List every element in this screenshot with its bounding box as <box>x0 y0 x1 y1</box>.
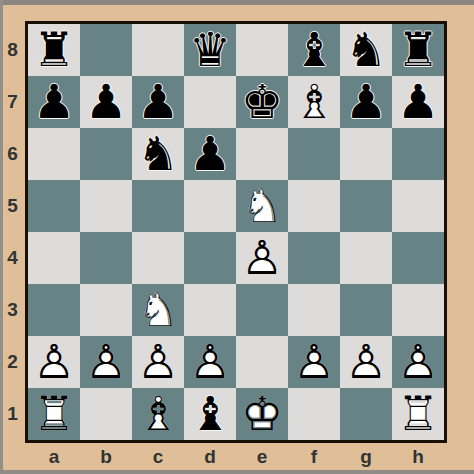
square-g4[interactable] <box>340 232 392 284</box>
black-rook-icon: ♜ <box>28 24 80 76</box>
square-d5[interactable] <box>184 180 236 232</box>
square-b7[interactable]: ♟ <box>80 76 132 128</box>
black-bishop-icon: ♝ <box>288 24 340 76</box>
file-label-a: a <box>28 445 80 469</box>
piece-black-pawn[interactable]: ♟ <box>392 76 444 128</box>
piece-black-pawn[interactable]: ♟ <box>80 76 132 128</box>
chessboard-screenshot: 87654321 ♜♛♝♞♜♟♟♟♚♝♗♟♟♞♟♞♘♟♙♞♘♟♙♟♙♟♙♟♙♟♙… <box>0 0 474 474</box>
piece-black-knight[interactable]: ♞ <box>340 24 392 76</box>
square-f6[interactable] <box>288 128 340 180</box>
rank-label-6: 6 <box>0 128 25 180</box>
square-c5[interactable] <box>132 180 184 232</box>
square-d7[interactable] <box>184 76 236 128</box>
piece-black-rook[interactable]: ♜ <box>392 24 444 76</box>
square-f7[interactable]: ♝♗ <box>288 76 340 128</box>
square-d8[interactable]: ♛ <box>184 24 236 76</box>
black-rook-icon: ♜ <box>392 24 444 76</box>
square-h1[interactable]: ♜♖ <box>392 388 444 440</box>
file-label-h: h <box>392 445 444 469</box>
square-f3[interactable] <box>288 284 340 336</box>
square-h8[interactable]: ♜ <box>392 24 444 76</box>
piece-white-bishop[interactable]: ♝♗ <box>288 76 340 128</box>
square-h5[interactable] <box>392 180 444 232</box>
square-d4[interactable] <box>184 232 236 284</box>
piece-black-pawn[interactable]: ♟ <box>28 76 80 128</box>
square-c2[interactable]: ♟♙ <box>132 336 184 388</box>
black-pawn-icon: ♟ <box>184 128 236 180</box>
piece-white-rook[interactable]: ♜♖ <box>392 388 444 440</box>
white-rook-outline-icon: ♖ <box>28 388 80 440</box>
rank-label-2: 2 <box>0 336 25 388</box>
black-pawn-icon: ♟ <box>132 76 184 128</box>
square-e6[interactable] <box>236 128 288 180</box>
white-pawn-outline-icon: ♙ <box>80 336 132 388</box>
file-label-e: e <box>236 445 288 469</box>
black-pawn-icon: ♟ <box>80 76 132 128</box>
piece-white-pawn[interactable]: ♟♙ <box>184 336 236 388</box>
rank-label-5: 5 <box>0 180 25 232</box>
black-bishop-icon: ♝ <box>184 388 236 440</box>
piece-black-pawn[interactable]: ♟ <box>340 76 392 128</box>
file-label-d: d <box>184 445 236 469</box>
square-f8[interactable]: ♝ <box>288 24 340 76</box>
black-knight-icon: ♞ <box>132 128 184 180</box>
piece-black-bishop[interactable]: ♝ <box>184 388 236 440</box>
square-e4[interactable]: ♟♙ <box>236 232 288 284</box>
square-a2[interactable]: ♟♙ <box>28 336 80 388</box>
piece-black-rook[interactable]: ♜ <box>28 24 80 76</box>
square-a7[interactable]: ♟ <box>28 76 80 128</box>
square-d2[interactable]: ♟♙ <box>184 336 236 388</box>
black-queen-icon: ♛ <box>184 24 236 76</box>
square-b3[interactable] <box>80 284 132 336</box>
piece-black-queen[interactable]: ♛ <box>184 24 236 76</box>
square-d1[interactable]: ♝ <box>184 388 236 440</box>
square-c7[interactable]: ♟ <box>132 76 184 128</box>
rank-label-7: 7 <box>0 76 25 128</box>
piece-black-knight[interactable]: ♞ <box>132 128 184 180</box>
square-f4[interactable] <box>288 232 340 284</box>
square-c3[interactable]: ♞♘ <box>132 284 184 336</box>
white-bishop-outline-icon: ♗ <box>132 388 184 440</box>
black-pawn-icon: ♟ <box>340 76 392 128</box>
square-g2[interactable]: ♟♙ <box>340 336 392 388</box>
square-g6[interactable] <box>340 128 392 180</box>
square-c6[interactable]: ♞ <box>132 128 184 180</box>
square-e2[interactable] <box>236 336 288 388</box>
rank-label-3: 3 <box>0 284 25 336</box>
board-frame: ♜♛♝♞♜♟♟♟♚♝♗♟♟♞♟♞♘♟♙♞♘♟♙♟♙♟♙♟♙♟♙♟♙♟♙♜♖♝♗♝… <box>25 21 447 443</box>
square-b5[interactable] <box>80 180 132 232</box>
top-edge-strip <box>0 0 474 5</box>
square-b1[interactable] <box>80 388 132 440</box>
square-e3[interactable] <box>236 284 288 336</box>
square-b6[interactable] <box>80 128 132 180</box>
white-king-outline-icon: ♔ <box>236 388 288 440</box>
rank-label-1: 1 <box>0 388 25 440</box>
square-g7[interactable]: ♟ <box>340 76 392 128</box>
black-king-icon: ♚ <box>236 76 288 128</box>
file-label-b: b <box>80 445 132 469</box>
rank-labels: 87654321 <box>0 24 25 440</box>
square-a8[interactable]: ♜ <box>28 24 80 76</box>
piece-white-pawn[interactable]: ♟♙ <box>80 336 132 388</box>
square-g5[interactable] <box>340 180 392 232</box>
piece-white-pawn[interactable]: ♟♙ <box>236 232 288 284</box>
white-pawn-outline-icon: ♙ <box>236 232 288 284</box>
file-label-f: f <box>288 445 340 469</box>
square-h3[interactable] <box>392 284 444 336</box>
white-knight-outline-icon: ♘ <box>132 284 184 336</box>
black-pawn-icon: ♟ <box>28 76 80 128</box>
piece-white-king[interactable]: ♚♔ <box>236 388 288 440</box>
rank-label-8: 8 <box>0 24 25 76</box>
square-a6[interactable] <box>28 128 80 180</box>
square-a1[interactable]: ♜♖ <box>28 388 80 440</box>
square-a5[interactable] <box>28 180 80 232</box>
rank-label-4: 4 <box>0 232 25 284</box>
black-pawn-icon: ♟ <box>392 76 444 128</box>
piece-white-knight[interactable]: ♞♘ <box>236 180 288 232</box>
square-c1[interactable]: ♝♗ <box>132 388 184 440</box>
black-knight-icon: ♞ <box>340 24 392 76</box>
square-f2[interactable]: ♟♙ <box>288 336 340 388</box>
square-f5[interactable] <box>288 180 340 232</box>
piece-white-pawn[interactable]: ♟♙ <box>288 336 340 388</box>
piece-black-bishop[interactable]: ♝ <box>288 24 340 76</box>
piece-white-pawn[interactable]: ♟♙ <box>392 336 444 388</box>
white-pawn-outline-icon: ♙ <box>132 336 184 388</box>
file-label-g: g <box>340 445 392 469</box>
piece-white-pawn[interactable]: ♟♙ <box>132 336 184 388</box>
piece-white-pawn[interactable]: ♟♙ <box>28 336 80 388</box>
white-rook-outline-icon: ♖ <box>392 388 444 440</box>
square-a3[interactable] <box>28 284 80 336</box>
bottom-edge-strip <box>0 470 474 474</box>
white-pawn-outline-icon: ♙ <box>392 336 444 388</box>
square-a4[interactable] <box>28 232 80 284</box>
white-pawn-outline-icon: ♙ <box>28 336 80 388</box>
square-h6[interactable] <box>392 128 444 180</box>
piece-white-bishop[interactable]: ♝♗ <box>132 388 184 440</box>
piece-black-pawn[interactable]: ♟ <box>184 128 236 180</box>
square-c8[interactable] <box>132 24 184 76</box>
square-g1[interactable] <box>340 388 392 440</box>
square-e5[interactable]: ♞♘ <box>236 180 288 232</box>
square-e7[interactable]: ♚ <box>236 76 288 128</box>
square-b2[interactable]: ♟♙ <box>80 336 132 388</box>
piece-white-rook[interactable]: ♜♖ <box>28 388 80 440</box>
square-g8[interactable]: ♞ <box>340 24 392 76</box>
white-pawn-outline-icon: ♙ <box>184 336 236 388</box>
piece-white-knight[interactable]: ♞♘ <box>132 284 184 336</box>
square-b4[interactable] <box>80 232 132 284</box>
white-pawn-outline-icon: ♙ <box>340 336 392 388</box>
square-h7[interactable]: ♟ <box>392 76 444 128</box>
square-b8[interactable] <box>80 24 132 76</box>
square-g3[interactable] <box>340 284 392 336</box>
piece-black-pawn[interactable]: ♟ <box>132 76 184 128</box>
piece-black-king[interactable]: ♚ <box>236 76 288 128</box>
square-f1[interactable] <box>288 388 340 440</box>
square-h2[interactable]: ♟♙ <box>392 336 444 388</box>
white-knight-outline-icon: ♘ <box>236 180 288 232</box>
file-labels: abcdefgh <box>28 445 444 469</box>
piece-white-pawn[interactable]: ♟♙ <box>340 336 392 388</box>
square-c4[interactable] <box>132 232 184 284</box>
square-e1[interactable]: ♚♔ <box>236 388 288 440</box>
white-pawn-outline-icon: ♙ <box>288 336 340 388</box>
chess-board: ♜♛♝♞♜♟♟♟♚♝♗♟♟♞♟♞♘♟♙♞♘♟♙♟♙♟♙♟♙♟♙♟♙♟♙♜♖♝♗♝… <box>28 24 444 440</box>
file-label-c: c <box>132 445 184 469</box>
square-d6[interactable]: ♟ <box>184 128 236 180</box>
square-d3[interactable] <box>184 284 236 336</box>
white-bishop-outline-icon: ♗ <box>288 76 340 128</box>
square-h4[interactable] <box>392 232 444 284</box>
square-e8[interactable] <box>236 24 288 76</box>
